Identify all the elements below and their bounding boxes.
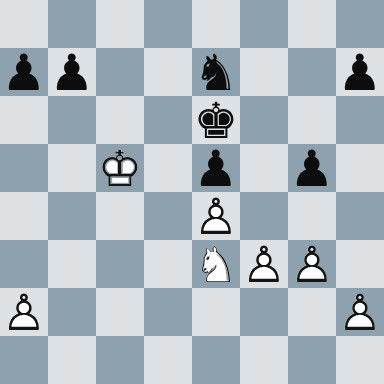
square-e1[interactable] <box>192 336 240 384</box>
square-a1[interactable] <box>0 336 48 384</box>
square-g1[interactable] <box>288 336 336 384</box>
square-d8[interactable] <box>144 0 192 48</box>
black-pawn-e5[interactable]: ♟ <box>192 144 240 192</box>
square-c3[interactable] <box>96 240 144 288</box>
square-b8[interactable] <box>48 0 96 48</box>
black-pawn-b7[interactable]: ♟ <box>48 48 96 96</box>
white-pawn-g3[interactable]: ♟♙ <box>288 240 336 288</box>
square-h1[interactable] <box>336 336 384 384</box>
square-h2[interactable]: ♟♙ <box>336 288 384 336</box>
square-e3[interactable]: ♞♘ <box>192 240 240 288</box>
square-e8[interactable] <box>192 0 240 48</box>
black-king-e6[interactable]: ♚ <box>192 96 240 144</box>
square-g2[interactable] <box>288 288 336 336</box>
square-f8[interactable] <box>240 0 288 48</box>
square-a6[interactable] <box>0 96 48 144</box>
square-g5[interactable]: ♟ <box>288 144 336 192</box>
square-a8[interactable] <box>0 0 48 48</box>
square-a4[interactable] <box>0 192 48 240</box>
square-e2[interactable] <box>192 288 240 336</box>
square-d3[interactable] <box>144 240 192 288</box>
piece-glyph: ♟ <box>0 49 48 97</box>
square-e6[interactable]: ♚ <box>192 96 240 144</box>
white-pawn-a2[interactable]: ♟♙ <box>0 288 48 336</box>
square-c8[interactable] <box>96 0 144 48</box>
square-f6[interactable] <box>240 96 288 144</box>
square-h8[interactable] <box>336 0 384 48</box>
square-f7[interactable] <box>240 48 288 96</box>
square-a5[interactable] <box>0 144 48 192</box>
piece-glyph: ♞ <box>192 49 240 97</box>
square-d6[interactable] <box>144 96 192 144</box>
square-b4[interactable] <box>48 192 96 240</box>
white-pawn-e4[interactable]: ♟♙ <box>192 192 240 240</box>
square-f3[interactable]: ♟♙ <box>240 240 288 288</box>
square-g3[interactable]: ♟♙ <box>288 240 336 288</box>
square-b6[interactable] <box>48 96 96 144</box>
square-d5[interactable] <box>144 144 192 192</box>
square-e5[interactable]: ♟ <box>192 144 240 192</box>
black-knight-e7[interactable]: ♞ <box>192 48 240 96</box>
piece-glyph: ♚ <box>192 97 240 145</box>
piece-outline: ♙ <box>240 241 288 289</box>
square-c1[interactable] <box>96 336 144 384</box>
piece-outline: ♘ <box>192 241 240 289</box>
square-g4[interactable] <box>288 192 336 240</box>
black-pawn-g5[interactable]: ♟ <box>288 144 336 192</box>
piece-glyph: ♟ <box>336 49 384 97</box>
square-c5[interactable]: ♚♔ <box>96 144 144 192</box>
white-pawn-f3[interactable]: ♟♙ <box>240 240 288 288</box>
white-knight-e3[interactable]: ♞♘ <box>192 240 240 288</box>
square-f1[interactable] <box>240 336 288 384</box>
square-h7[interactable]: ♟ <box>336 48 384 96</box>
black-pawn-h7[interactable]: ♟ <box>336 48 384 96</box>
square-b5[interactable] <box>48 144 96 192</box>
square-d1[interactable] <box>144 336 192 384</box>
square-b7[interactable]: ♟ <box>48 48 96 96</box>
black-pawn-a7[interactable]: ♟ <box>0 48 48 96</box>
square-b1[interactable] <box>48 336 96 384</box>
piece-outline: ♔ <box>96 145 144 193</box>
square-h4[interactable] <box>336 192 384 240</box>
square-g8[interactable] <box>288 0 336 48</box>
piece-glyph: ♟ <box>48 49 96 97</box>
piece-glyph: ♟ <box>192 145 240 193</box>
square-b2[interactable] <box>48 288 96 336</box>
square-c7[interactable] <box>96 48 144 96</box>
square-d2[interactable] <box>144 288 192 336</box>
square-e4[interactable]: ♟♙ <box>192 192 240 240</box>
square-a2[interactable]: ♟♙ <box>0 288 48 336</box>
square-d4[interactable] <box>144 192 192 240</box>
square-d7[interactable] <box>144 48 192 96</box>
square-a3[interactable] <box>0 240 48 288</box>
piece-outline: ♙ <box>336 289 384 337</box>
piece-outline: ♙ <box>192 193 240 241</box>
piece-glyph: ♟ <box>288 145 336 193</box>
white-pawn-h2[interactable]: ♟♙ <box>336 288 384 336</box>
square-f4[interactable] <box>240 192 288 240</box>
square-h6[interactable] <box>336 96 384 144</box>
square-c6[interactable] <box>96 96 144 144</box>
square-c2[interactable] <box>96 288 144 336</box>
square-g6[interactable] <box>288 96 336 144</box>
square-e7[interactable]: ♞ <box>192 48 240 96</box>
piece-outline: ♙ <box>288 241 336 289</box>
square-a7[interactable]: ♟ <box>0 48 48 96</box>
square-f5[interactable] <box>240 144 288 192</box>
chess-board: ♟♟♞♟♚♚♔♟♟♟♙♞♘♟♙♟♙♟♙♟♙ <box>0 0 384 384</box>
square-b3[interactable] <box>48 240 96 288</box>
white-king-c5[interactable]: ♚♔ <box>96 144 144 192</box>
square-h3[interactable] <box>336 240 384 288</box>
square-f2[interactable] <box>240 288 288 336</box>
square-c4[interactable] <box>96 192 144 240</box>
square-g7[interactable] <box>288 48 336 96</box>
piece-outline: ♙ <box>0 289 48 337</box>
square-h5[interactable] <box>336 144 384 192</box>
